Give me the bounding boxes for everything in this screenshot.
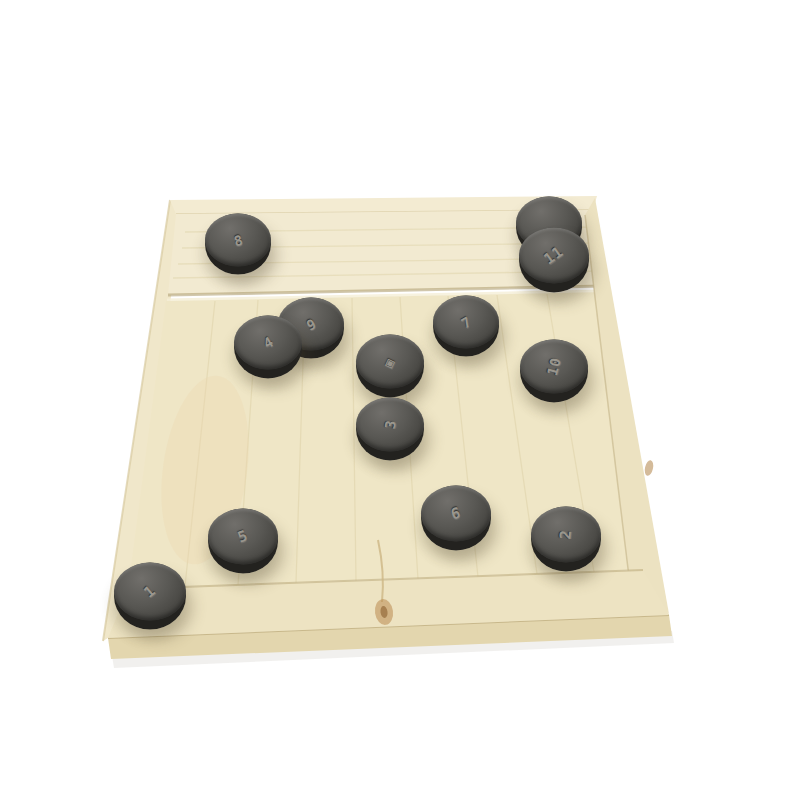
puck-face: 4	[234, 316, 302, 370]
puck-number: 6	[449, 504, 463, 524]
puck-number: 11	[541, 243, 567, 269]
puck-face: 3	[356, 398, 424, 452]
puck-face: 1	[114, 563, 186, 621]
puck-number: 1	[141, 582, 160, 602]
puck-8[interactable]: 8	[205, 214, 271, 275]
puck-number: 10	[544, 356, 564, 377]
puck-11[interactable]: 11	[519, 228, 589, 293]
puck-1[interactable]: 1	[114, 563, 186, 630]
puck-2[interactable]: 2	[531, 507, 601, 572]
pucks-layer: 811794◈1036251	[0, 0, 800, 800]
puck-3[interactable]: 3	[356, 398, 424, 461]
product-photo: 811794◈1036251	[0, 0, 800, 800]
puck-number: 4	[260, 333, 276, 351]
puck-10[interactable]: 10	[520, 340, 588, 403]
puck-6[interactable]: 6	[421, 486, 491, 551]
puck-4[interactable]: 4	[234, 316, 302, 379]
puck-face: 2	[531, 507, 601, 563]
puck-face: ◈	[356, 335, 424, 389]
puck-number: 5	[235, 526, 250, 546]
puck-face: 11	[519, 228, 589, 284]
puck-number: 2	[557, 529, 576, 540]
puck-face: 6	[421, 486, 491, 542]
puck-7[interactable]: 7	[433, 296, 499, 357]
puck-number: 7	[458, 313, 474, 331]
puck-5[interactable]: 5	[208, 509, 278, 574]
puck-face: 5	[208, 509, 278, 565]
puck-logo-stamp: ◈	[381, 350, 399, 374]
puck-number: 9	[304, 315, 319, 333]
puck-number: 8	[232, 231, 245, 249]
puck-face: 10	[520, 340, 588, 394]
puck-logo[interactable]: ◈	[356, 335, 424, 398]
puck-face: 8	[205, 214, 271, 267]
puck-face: 7	[433, 296, 499, 349]
puck-number: 3	[381, 419, 398, 431]
